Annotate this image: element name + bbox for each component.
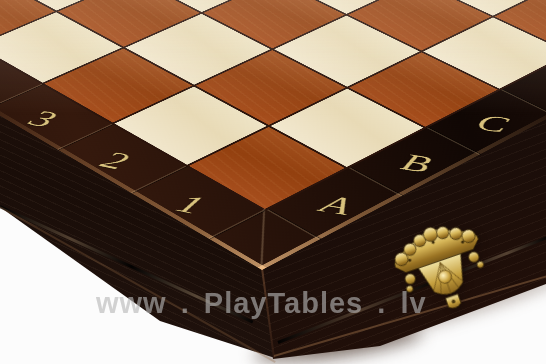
frame-mitre-joint — [260, 209, 265, 270]
file-label-C: C — [456, 104, 528, 143]
chessboard-photo: 123ABC — [0, 0, 546, 364]
watermark-text: www . PlayTables . lv — [96, 287, 427, 320]
